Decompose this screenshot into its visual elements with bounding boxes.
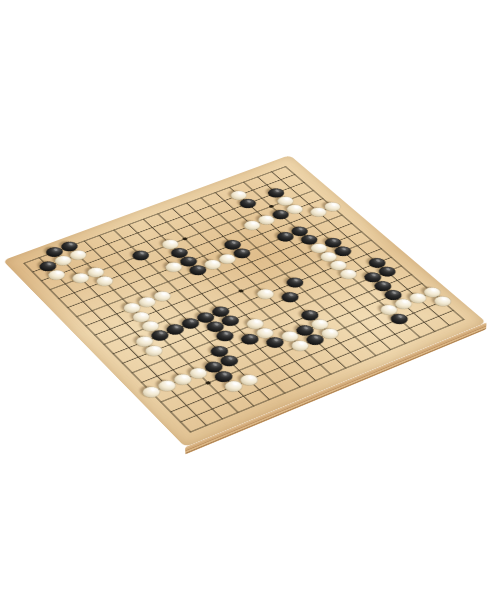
white-stone: [171, 372, 195, 387]
stone-highlight: [223, 331, 229, 335]
stone-highlight: [263, 329, 269, 333]
stone-highlight: [391, 291, 397, 295]
black-stone: [202, 360, 226, 375]
white-stone: [142, 344, 165, 359]
black-stone: [212, 369, 236, 384]
stone-highlight: [303, 326, 309, 330]
black-stone: [217, 354, 241, 369]
stone-highlight: [222, 372, 228, 376]
product-photo: [0, 0, 500, 600]
stone-highlight: [152, 346, 158, 350]
star-point: [297, 344, 304, 348]
stone-highlight: [247, 375, 253, 379]
stone-highlight: [401, 300, 407, 304]
white-stone: [120, 301, 143, 315]
board-grid: [3, 155, 487, 447]
star-point: [385, 308, 392, 312]
stone-highlight: [189, 319, 195, 323]
stone-highlight: [143, 337, 149, 341]
white-stone: [133, 334, 156, 348]
stone-highlight: [298, 341, 304, 345]
white-stone: [243, 317, 266, 331]
white-stone: [431, 294, 454, 308]
stones-layer: [13, 161, 454, 420]
star-point: [268, 205, 274, 209]
white-stone: [151, 289, 174, 303]
stone-highlight: [212, 362, 218, 366]
star-point: [205, 381, 212, 385]
black-stone: [204, 320, 227, 334]
white-stone: [406, 291, 429, 305]
stone-highlight: [273, 338, 279, 342]
black-stone: [293, 323, 316, 337]
stone-highlight: [232, 382, 238, 386]
star-point: [182, 237, 188, 241]
stone-highlight: [140, 313, 146, 317]
stone-highlight: [397, 315, 403, 319]
stone-highlight: [204, 313, 210, 317]
white-stone: [186, 366, 210, 381]
white-stone: [278, 329, 302, 343]
black-stone: [164, 322, 187, 336]
white-stone: [139, 319, 162, 333]
black-stone: [209, 305, 232, 319]
white-stone: [130, 310, 153, 324]
stone-highlight: [165, 381, 171, 385]
stone-highlight: [219, 307, 225, 311]
black-stone: [148, 328, 171, 342]
stone-highlight: [149, 322, 155, 326]
stone-highlight: [181, 375, 187, 379]
stone-highlight: [253, 320, 259, 324]
stone-highlight: [387, 306, 393, 310]
go-board: [3, 155, 487, 447]
stone-highlight: [328, 329, 334, 333]
white-stone: [253, 326, 276, 340]
stone-highlight: [318, 320, 324, 324]
white-stone: [288, 339, 312, 354]
stone-highlight: [288, 332, 294, 336]
black-stone: [179, 316, 202, 330]
photo-scene: [0, 0, 500, 600]
stone-highlight: [161, 292, 167, 296]
stone-highlight: [308, 311, 314, 315]
stone-highlight: [146, 298, 152, 302]
black-stone: [303, 333, 327, 347]
black-stone: [219, 314, 242, 328]
black-stone: [194, 311, 217, 325]
stone-highlight: [227, 356, 233, 360]
white-stone: [308, 317, 331, 331]
stone-highlight: [441, 297, 447, 301]
stone-highlight: [288, 293, 294, 297]
stone-highlight: [214, 322, 220, 326]
black-stone: [208, 344, 232, 359]
white-stone: [318, 327, 342, 341]
black-stone: [238, 332, 261, 346]
stone-highlight: [416, 294, 422, 298]
stone-highlight: [248, 335, 254, 339]
white-stone: [237, 373, 261, 388]
star-point: [147, 324, 154, 328]
star-point: [238, 289, 245, 293]
black-stone: [278, 290, 301, 304]
board-surface: [3, 155, 487, 447]
stone-highlight: [218, 347, 224, 351]
white-stone: [155, 378, 179, 393]
white-stone: [377, 303, 400, 317]
black-stone: [213, 329, 236, 343]
white-stone: [392, 297, 415, 311]
black-stone: [387, 312, 410, 326]
stone-highlight: [150, 387, 156, 391]
black-stone: [298, 308, 321, 322]
stone-highlight: [313, 335, 319, 339]
stone-highlight: [197, 369, 203, 373]
star-points: [92, 205, 392, 386]
stone-highlight: [130, 304, 136, 308]
white-stone: [139, 385, 163, 400]
white-stone: [136, 295, 159, 309]
white-stone: [222, 379, 246, 394]
stone-highlight: [174, 325, 180, 329]
stone-highlight: [158, 331, 164, 335]
stone-highlight: [229, 316, 235, 320]
black-stone: [263, 335, 287, 349]
